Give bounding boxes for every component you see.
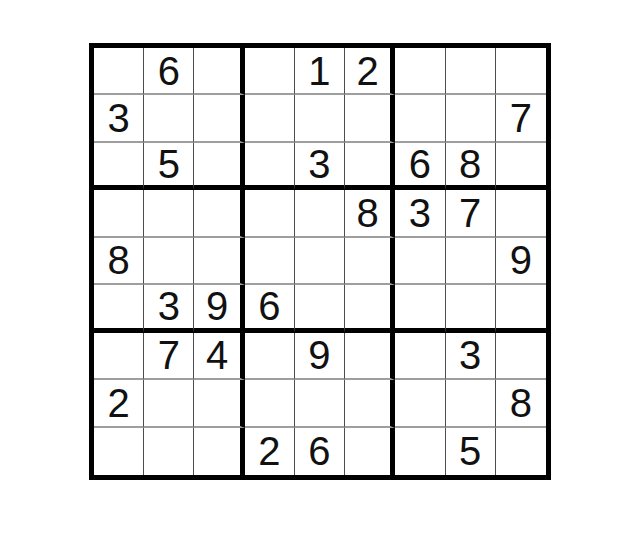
- cell-r4c4[interactable]: [245, 190, 295, 237]
- cell-r9c5[interactable]: 6: [295, 428, 345, 475]
- cell-r8c6[interactable]: [345, 380, 395, 427]
- cell-r3c6[interactable]: [345, 143, 395, 190]
- cell-r9c1[interactable]: [94, 428, 144, 475]
- cell-r3c4[interactable]: [245, 143, 295, 190]
- cell-r2c5[interactable]: [295, 95, 345, 142]
- cell-r8c2[interactable]: [144, 380, 194, 427]
- sudoku-board: 61237536883789396749328265: [89, 43, 551, 480]
- cell-r8c1[interactable]: 2: [94, 380, 144, 427]
- cell-r8c8[interactable]: [446, 380, 496, 427]
- cell-r1c6[interactable]: 2: [345, 48, 395, 95]
- cell-r6c3[interactable]: 9: [194, 285, 244, 332]
- cell-r5c2[interactable]: [144, 238, 194, 285]
- cell-r4c2[interactable]: [144, 190, 194, 237]
- cell-r5c8[interactable]: [446, 238, 496, 285]
- cell-r4c5[interactable]: [295, 190, 345, 237]
- cell-r6c9[interactable]: [496, 285, 546, 332]
- cell-r3c9[interactable]: [496, 143, 546, 190]
- cell-r3c2[interactable]: 5: [144, 143, 194, 190]
- cell-r9c2[interactable]: [144, 428, 194, 475]
- cell-r5c5[interactable]: [295, 238, 345, 285]
- cell-r7c8[interactable]: 3: [446, 333, 496, 380]
- cell-r5c6[interactable]: [345, 238, 395, 285]
- cell-r2c8[interactable]: [446, 95, 496, 142]
- cell-r1c8[interactable]: [446, 48, 496, 95]
- cell-r6c2[interactable]: 3: [144, 285, 194, 332]
- cell-r7c5[interactable]: 9: [295, 333, 345, 380]
- cell-r8c4[interactable]: [245, 380, 295, 427]
- cell-r4c6[interactable]: 8: [345, 190, 395, 237]
- cell-r3c3[interactable]: [194, 143, 244, 190]
- cell-r6c7[interactable]: [395, 285, 445, 332]
- cell-r5c3[interactable]: [194, 238, 244, 285]
- cell-r2c6[interactable]: [345, 95, 395, 142]
- cell-r1c1[interactable]: [94, 48, 144, 95]
- cell-r5c9[interactable]: 9: [496, 238, 546, 285]
- cell-r9c6[interactable]: [345, 428, 395, 475]
- cell-r7c1[interactable]: [94, 333, 144, 380]
- cell-r1c2[interactable]: 6: [144, 48, 194, 95]
- cell-r9c7[interactable]: [395, 428, 445, 475]
- cell-r5c7[interactable]: [395, 238, 445, 285]
- cell-r9c8[interactable]: 5: [446, 428, 496, 475]
- cell-r9c9[interactable]: [496, 428, 546, 475]
- cell-r7c2[interactable]: 7: [144, 333, 194, 380]
- cell-r5c4[interactable]: [245, 238, 295, 285]
- cell-r6c8[interactable]: [446, 285, 496, 332]
- cell-r8c9[interactable]: 8: [496, 380, 546, 427]
- cell-r3c8[interactable]: 8: [446, 143, 496, 190]
- cell-r7c9[interactable]: [496, 333, 546, 380]
- cell-r1c3[interactable]: [194, 48, 244, 95]
- cell-r2c9[interactable]: 7: [496, 95, 546, 142]
- cell-r8c7[interactable]: [395, 380, 445, 427]
- cell-r8c3[interactable]: [194, 380, 244, 427]
- cell-r2c1[interactable]: 3: [94, 95, 144, 142]
- cell-r4c8[interactable]: 7: [446, 190, 496, 237]
- cell-r4c3[interactable]: [194, 190, 244, 237]
- cell-r2c7[interactable]: [395, 95, 445, 142]
- cell-r3c7[interactable]: 6: [395, 143, 445, 190]
- cell-r6c5[interactable]: [295, 285, 345, 332]
- cell-r4c1[interactable]: [94, 190, 144, 237]
- cell-r3c1[interactable]: [94, 143, 144, 190]
- cell-r9c3[interactable]: [194, 428, 244, 475]
- cell-r2c2[interactable]: [144, 95, 194, 142]
- cell-r2c4[interactable]: [245, 95, 295, 142]
- cell-r5c1[interactable]: 8: [94, 238, 144, 285]
- cell-r4c9[interactable]: [496, 190, 546, 237]
- cell-r6c4[interactable]: 6: [245, 285, 295, 332]
- cell-r7c7[interactable]: [395, 333, 445, 380]
- cell-r1c9[interactable]: [496, 48, 546, 95]
- cell-r2c3[interactable]: [194, 95, 244, 142]
- cell-r3c5[interactable]: 3: [295, 143, 345, 190]
- cell-r8c5[interactable]: [295, 380, 345, 427]
- cell-r4c7[interactable]: 3: [395, 190, 445, 237]
- cell-r1c7[interactable]: [395, 48, 445, 95]
- cell-r7c6[interactable]: [345, 333, 395, 380]
- cell-r6c6[interactable]: [345, 285, 395, 332]
- cell-r7c4[interactable]: [245, 333, 295, 380]
- cell-r9c4[interactable]: 2: [245, 428, 295, 475]
- cell-r1c4[interactable]: [245, 48, 295, 95]
- cell-r6c1[interactable]: [94, 285, 144, 332]
- cell-r1c5[interactable]: 1: [295, 48, 345, 95]
- cell-r7c3[interactable]: 4: [194, 333, 244, 380]
